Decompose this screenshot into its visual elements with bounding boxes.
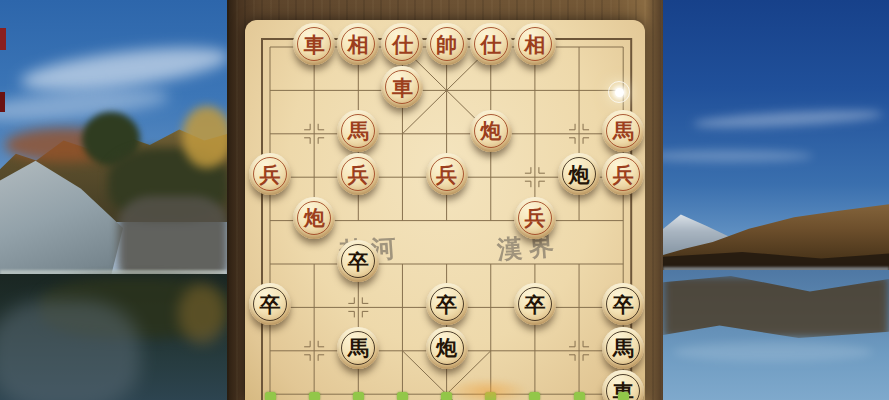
piece-character: 炮	[436, 337, 457, 358]
screen-edge-artifact	[0, 28, 6, 50]
piece-character: 炮	[480, 120, 501, 141]
piece-red-horse-c2[interactable]: 馬	[337, 110, 379, 152]
screen: 楚河 漢界 車相仕帥仕相車馬炮馬兵兵兵炮兵炮兵卒卒卒卒卒馬炮馬車	[0, 0, 889, 400]
piece-character: 車	[304, 34, 325, 55]
piece-red-advisor-f0[interactable]: 仕	[470, 23, 512, 65]
piece-character: 卒	[436, 294, 457, 315]
move-hint-dot[interactable]	[265, 392, 276, 400]
piece-red-chariot-b0[interactable]: 車	[293, 23, 335, 65]
piece-black-soldier-e6[interactable]: 卒	[426, 283, 468, 325]
move-hint-dot[interactable]	[309, 392, 320, 400]
cloud	[663, 150, 813, 162]
piece-red-soldier-e3[interactable]: 兵	[426, 153, 468, 195]
piece-character: 兵	[436, 164, 457, 185]
piece-character: 仕	[392, 34, 413, 55]
hill-reflection	[663, 276, 889, 338]
piece-character: 相	[348, 34, 369, 55]
piece-character: 卒	[348, 251, 369, 272]
move-hint-dot[interactable]	[529, 392, 540, 400]
water-light-streak	[673, 342, 873, 362]
piece-red-elephant-g0[interactable]: 相	[514, 23, 556, 65]
piece-character: 卒	[613, 294, 634, 315]
piece-character: 馬	[613, 120, 634, 141]
piece-red-soldier-g4[interactable]: 兵	[514, 197, 556, 239]
background-photo-right	[663, 0, 889, 400]
piece-character: 炮	[304, 207, 325, 228]
piece-red-general-e0[interactable]: 帥	[426, 23, 468, 65]
move-hint-dot[interactable]	[618, 392, 629, 400]
tree-reflection	[178, 284, 226, 344]
piece-red-horse-i2[interactable]: 馬	[602, 110, 644, 152]
piece-character: 兵	[348, 164, 369, 185]
highlight-glow	[445, 378, 529, 400]
piece-character: 卒	[260, 294, 281, 315]
piece-black-cannon-h3[interactable]: 炮	[558, 153, 600, 195]
piece-black-cannon-e7[interactable]: 炮	[426, 327, 468, 369]
piece-character: 馬	[348, 337, 369, 358]
piece-red-elephant-c0[interactable]: 相	[337, 23, 379, 65]
piece-black-horse-c7[interactable]: 馬	[337, 327, 379, 369]
piece-black-soldier-g6[interactable]: 卒	[514, 283, 556, 325]
piece-black-horse-i7[interactable]: 馬	[602, 327, 644, 369]
piece-character: 仕	[480, 34, 501, 55]
golden-tree	[182, 106, 227, 168]
piece-character: 馬	[613, 337, 634, 358]
background-photo-left	[0, 0, 227, 400]
piece-character: 馬	[348, 120, 369, 141]
cloud	[0, 83, 171, 126]
piece-character: 兵	[524, 207, 545, 228]
move-hint-dot[interactable]	[397, 392, 408, 400]
screen-edge-artifact	[0, 92, 5, 112]
piece-character: 炮	[569, 164, 590, 185]
piece-red-soldier-a3[interactable]: 兵	[249, 153, 291, 195]
piece-character: 帥	[436, 34, 457, 55]
cursor-sparkle-effect	[615, 88, 624, 97]
move-hint-dot[interactable]	[353, 392, 364, 400]
piece-character: 兵	[613, 164, 634, 185]
rock-reflection	[0, 300, 140, 400]
piece-character: 兵	[260, 164, 281, 185]
xiangqi-board[interactable]: 楚河 漢界 車相仕帥仕相車馬炮馬兵兵兵炮兵炮兵卒卒卒卒卒馬炮馬車	[245, 20, 645, 400]
piece-character: 相	[524, 34, 545, 55]
piece-black-soldier-c5[interactable]: 卒	[337, 240, 379, 282]
move-hint-dot[interactable]	[574, 392, 585, 400]
piece-character: 車	[392, 77, 413, 98]
piece-red-cannon-b4[interactable]: 炮	[293, 197, 335, 239]
piece-character: 卒	[524, 294, 545, 315]
piece-red-cannon-f2[interactable]: 炮	[470, 110, 512, 152]
cloud	[693, 107, 883, 131]
